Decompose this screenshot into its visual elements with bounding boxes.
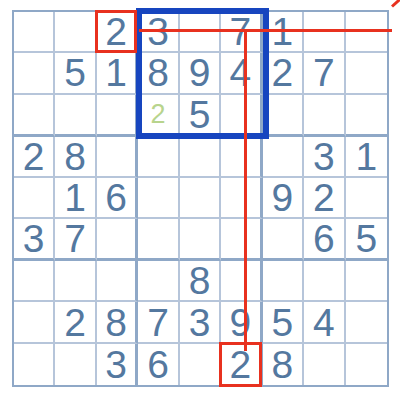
cell-r3c2[interactable]: [55, 95, 96, 137]
cell-r7c4[interactable]: [138, 261, 179, 302]
cell-r3c9[interactable]: [346, 95, 387, 137]
cell-r2c8[interactable]: 7: [304, 53, 345, 94]
cell-r6c6[interactable]: [221, 219, 262, 261]
cell-r7c9[interactable]: [346, 261, 387, 302]
cell-r8c7[interactable]: 5: [263, 302, 304, 343]
cell-r1c6[interactable]: 7: [221, 12, 262, 53]
cell-r6c7[interactable]: [263, 219, 304, 261]
cell-r6c9[interactable]: 5: [346, 219, 387, 261]
cell-r8c1[interactable]: [14, 302, 55, 343]
cell-r9c9[interactable]: [346, 344, 387, 385]
sudoku-board: 2371518942725283116923765828739543628: [12, 10, 389, 387]
cell-r8c5[interactable]: 3: [180, 302, 221, 343]
cell-r2c3[interactable]: 1: [97, 53, 138, 94]
cell-r2c6[interactable]: 4: [221, 53, 262, 94]
cell-r7c7[interactable]: [263, 261, 304, 302]
cell-r3c3[interactable]: [97, 95, 138, 137]
cell-r5c4[interactable]: [138, 178, 179, 219]
cell-r7c5[interactable]: 8: [180, 261, 221, 302]
cell-r9c6[interactable]: 2: [221, 344, 262, 385]
cell-r7c6[interactable]: [221, 261, 262, 302]
cell-r7c2[interactable]: [55, 261, 96, 302]
cell-r1c4[interactable]: 3: [138, 12, 179, 53]
cell-r8c4[interactable]: 7: [138, 302, 179, 343]
cell-r2c2[interactable]: 5: [55, 53, 96, 94]
cell-r6c8[interactable]: 6: [304, 219, 345, 261]
cell-r5c1[interactable]: [14, 178, 55, 219]
cell-r4c2[interactable]: 8: [55, 137, 96, 178]
cell-r9c8[interactable]: [304, 344, 345, 385]
red-annotation-corner-tick: [391, 0, 400, 8]
cell-r4c4[interactable]: [138, 137, 179, 178]
cell-r5c5[interactable]: [180, 178, 221, 219]
cell-r9c3[interactable]: 3: [97, 344, 138, 385]
cell-r1c1[interactable]: [14, 12, 55, 53]
cell-r8c9[interactable]: [346, 302, 387, 343]
cell-r2c5[interactable]: 9: [180, 53, 221, 94]
cell-r4c8[interactable]: 3: [304, 137, 345, 178]
cell-r8c3[interactable]: 8: [97, 302, 138, 343]
cell-r4c5[interactable]: [180, 137, 221, 178]
cell-r1c3[interactable]: 2: [97, 12, 138, 53]
cell-r9c1[interactable]: [14, 344, 55, 385]
cell-r5c2[interactable]: 1: [55, 178, 96, 219]
cell-r6c1[interactable]: 3: [14, 219, 55, 261]
cell-r2c7[interactable]: 2: [263, 53, 304, 94]
cell-r1c2[interactable]: [55, 12, 96, 53]
cell-r4c3[interactable]: [97, 137, 138, 178]
cell-r2c9[interactable]: [346, 53, 387, 94]
cell-r8c8[interactable]: 4: [304, 302, 345, 343]
cell-r4c6[interactable]: [221, 137, 262, 178]
sudoku-app: 2371518942725283116923765828739543628: [0, 0, 400, 399]
cell-r6c2[interactable]: 7: [55, 219, 96, 261]
cell-r1c8[interactable]: [304, 12, 345, 53]
cell-r1c7[interactable]: 1: [263, 12, 304, 53]
cell-r5c6[interactable]: [221, 178, 262, 219]
cell-r5c7[interactable]: 9: [263, 178, 304, 219]
cell-r3c1[interactable]: [14, 95, 55, 137]
cell-r7c3[interactable]: [97, 261, 138, 302]
cell-r4c9[interactable]: 1: [346, 137, 387, 178]
cell-r3c5[interactable]: 5: [180, 95, 221, 137]
cell-r7c8[interactable]: [304, 261, 345, 302]
cell-r6c3[interactable]: [97, 219, 138, 261]
cell-r8c6[interactable]: 9: [221, 302, 262, 343]
cell-r9c5[interactable]: [180, 344, 221, 385]
cell-r9c7[interactable]: 8: [263, 344, 304, 385]
cell-r2c1[interactable]: [14, 53, 55, 94]
cell-r6c5[interactable]: [180, 219, 221, 261]
cell-r3c6[interactable]: [221, 95, 262, 137]
cell-r3c8[interactable]: [304, 95, 345, 137]
cell-r8c2[interactable]: 2: [55, 302, 96, 343]
cell-r3c4[interactable]: 2: [138, 95, 179, 137]
cell-r1c5[interactable]: [180, 12, 221, 53]
cell-r4c7[interactable]: [263, 137, 304, 178]
cell-r9c2[interactable]: [55, 344, 96, 385]
cell-r6c4[interactable]: [138, 219, 179, 261]
cell-r3c7[interactable]: [263, 95, 304, 137]
cell-r5c3[interactable]: 6: [97, 178, 138, 219]
cell-r9c4[interactable]: 6: [138, 344, 179, 385]
cell-r1c9[interactable]: [346, 12, 387, 53]
cell-r4c1[interactable]: 2: [14, 137, 55, 178]
cell-r5c9[interactable]: [346, 178, 387, 219]
cell-r5c8[interactable]: 2: [304, 178, 345, 219]
cell-r7c1[interactable]: [14, 261, 55, 302]
cell-r2c4[interactable]: 8: [138, 53, 179, 94]
